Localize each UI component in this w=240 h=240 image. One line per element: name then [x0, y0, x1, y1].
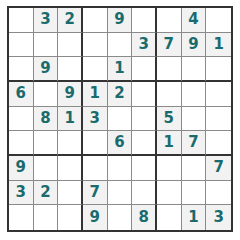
cell-r7c2[interactable]	[34, 156, 59, 181]
cell-r7c4[interactable]	[83, 156, 108, 181]
cell-r3c9[interactable]	[206, 57, 231, 82]
cell-r2c4[interactable]	[83, 33, 108, 58]
cell-r5c9[interactable]	[206, 107, 231, 132]
cell-r4c3: 9	[58, 82, 83, 107]
cell-r4c9[interactable]	[206, 82, 231, 107]
cell-r1c3: 2	[58, 8, 83, 33]
cell-r6c2[interactable]	[34, 131, 59, 156]
cell-r2c8: 9	[182, 33, 207, 58]
cell-r6c7: 1	[157, 131, 182, 156]
cell-r3c2: 9	[34, 57, 59, 82]
sudoku-page: 329437919169128135617973279813	[0, 0, 240, 240]
cell-r8c5[interactable]	[108, 181, 133, 206]
cell-r2c6: 3	[132, 33, 157, 58]
cell-r9c9: 3	[206, 205, 231, 230]
cell-r6c4[interactable]	[83, 131, 108, 156]
cell-r2c5[interactable]	[108, 33, 133, 58]
cell-r7c9: 7	[206, 156, 231, 181]
cell-r8c9[interactable]	[206, 181, 231, 206]
cell-r4c6[interactable]	[132, 82, 157, 107]
cell-r8c6[interactable]	[132, 181, 157, 206]
cell-r3c1[interactable]	[9, 57, 34, 82]
cell-r8c3[interactable]	[58, 181, 83, 206]
cell-r5c3: 1	[58, 107, 83, 132]
cell-r5c5[interactable]	[108, 107, 133, 132]
cell-r4c8[interactable]	[182, 82, 207, 107]
cell-r8c4: 7	[83, 181, 108, 206]
cell-r2c7: 7	[157, 33, 182, 58]
cell-r3c6[interactable]	[132, 57, 157, 82]
cell-r4c1: 6	[9, 82, 34, 107]
cell-r5c6[interactable]	[132, 107, 157, 132]
cell-r3c3[interactable]	[58, 57, 83, 82]
cell-r3c5: 1	[108, 57, 133, 82]
cell-r2c2[interactable]	[34, 33, 59, 58]
cell-r8c2: 2	[34, 181, 59, 206]
cell-r9c2[interactable]	[34, 205, 59, 230]
cell-r6c6[interactable]	[132, 131, 157, 156]
cell-r5c7: 5	[157, 107, 182, 132]
cell-r3c8[interactable]	[182, 57, 207, 82]
cell-r4c7[interactable]	[157, 82, 182, 107]
cell-r4c5: 2	[108, 82, 133, 107]
cell-r3c7[interactable]	[157, 57, 182, 82]
cell-r3c4[interactable]	[83, 57, 108, 82]
cell-r1c7[interactable]	[157, 8, 182, 33]
cell-r1c5: 9	[108, 8, 133, 33]
cell-r6c3[interactable]	[58, 131, 83, 156]
cell-r9c7[interactable]	[157, 205, 182, 230]
cell-r9c1[interactable]	[9, 205, 34, 230]
cell-r1c8: 4	[182, 8, 207, 33]
cell-r7c7[interactable]	[157, 156, 182, 181]
cell-r7c5[interactable]	[108, 156, 133, 181]
cell-r1c4[interactable]	[83, 8, 108, 33]
cell-r6c8: 7	[182, 131, 207, 156]
cell-r8c1: 3	[9, 181, 34, 206]
cell-r9c6: 8	[132, 205, 157, 230]
cell-r1c9[interactable]	[206, 8, 231, 33]
cell-r1c1[interactable]	[9, 8, 34, 33]
cell-r6c9[interactable]	[206, 131, 231, 156]
cell-r5c8[interactable]	[182, 107, 207, 132]
cell-r2c3[interactable]	[58, 33, 83, 58]
cell-r4c2[interactable]	[34, 82, 59, 107]
cell-r4c4: 1	[83, 82, 108, 107]
cell-r9c8: 1	[182, 205, 207, 230]
cell-r9c4: 9	[83, 205, 108, 230]
cell-r5c2: 8	[34, 107, 59, 132]
cell-r6c5: 6	[108, 131, 133, 156]
cell-r2c1[interactable]	[9, 33, 34, 58]
cell-r9c5[interactable]	[108, 205, 133, 230]
sudoku-board: 329437919169128135617973279813	[7, 6, 233, 232]
cell-r7c8[interactable]	[182, 156, 207, 181]
cell-r7c6[interactable]	[132, 156, 157, 181]
cell-r5c1[interactable]	[9, 107, 34, 132]
cell-r1c2: 3	[34, 8, 59, 33]
cell-r5c4: 3	[83, 107, 108, 132]
cell-r8c8[interactable]	[182, 181, 207, 206]
cell-r2c9: 1	[206, 33, 231, 58]
cell-r9c3[interactable]	[58, 205, 83, 230]
cell-r6c1[interactable]	[9, 131, 34, 156]
cell-r7c1: 9	[9, 156, 34, 181]
cell-r1c6[interactable]	[132, 8, 157, 33]
cell-r7c3[interactable]	[58, 156, 83, 181]
cell-r8c7[interactable]	[157, 181, 182, 206]
